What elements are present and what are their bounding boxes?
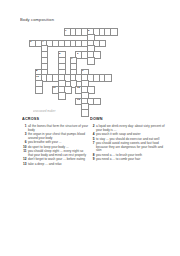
- clue-number: 13: [77, 98, 80, 100]
- clue-item: 3the organ in your chest that pumps bloo…: [22, 133, 88, 140]
- down-clue-list: 2a liquid we drink every day: about sixt…: [90, 125, 166, 162]
- clue-number: 6: [77, 52, 78, 54]
- clue-item-number: 11: [22, 150, 27, 157]
- clue-item: 11you should sleep eight ... every night…: [22, 150, 88, 157]
- crossword-cell[interactable]: [111, 29, 117, 35]
- clue-number: 4: [42, 40, 43, 42]
- crossword-cell[interactable]: [94, 99, 100, 105]
- clue-item: 1all the bones that form the structure o…: [22, 125, 88, 132]
- crossword-cell[interactable]: [65, 87, 71, 93]
- down-column: DOWN 2a liquid we drink every day: about…: [90, 117, 166, 236]
- clue-item-number: 1: [22, 125, 27, 132]
- clue-item: 7you should avoid eating sweets and fast…: [90, 142, 166, 153]
- clue-section: ACROSS 1all the bones that form the stru…: [22, 117, 166, 236]
- clue-item: 5to stay ... you should do exercise and …: [90, 137, 166, 141]
- clue-item: 2a liquid we drink every day: about sixt…: [90, 125, 166, 132]
- crossword-cell[interactable]: [105, 75, 111, 81]
- clue-item-number: 2: [90, 125, 95, 132]
- worksheet-page: Body composition 12345678910111213 cross…: [0, 0, 180, 256]
- clue-item-text: all the bones that form the structure of…: [28, 125, 88, 132]
- clue-item-text: you should avoid eating sweets and fast …: [96, 142, 166, 153]
- crossword-cell[interactable]: [82, 110, 88, 116]
- clue-item-number: 3: [22, 133, 27, 140]
- clue-item-number: 9: [90, 158, 95, 162]
- clue-item: 13take a deep ... and relax: [22, 162, 88, 166]
- clue-item-number: 5: [90, 137, 95, 141]
- crossword-grid: 12345678910111213: [30, 29, 117, 116]
- clue-number: 11: [53, 86, 56, 88]
- crossword-cell[interactable]: [94, 52, 100, 58]
- watermark-text: crossword maker: [33, 109, 55, 112]
- clue-item-text: to stay ... you should do exercise and e…: [96, 137, 166, 141]
- clue-item: 9you need a ... to comb your hair: [90, 158, 166, 162]
- clue-item-text: you should sleep eight ... every night s…: [28, 150, 88, 157]
- worksheet-title: Body composition: [20, 17, 54, 22]
- clue-number: 5: [59, 52, 60, 54]
- across-clue-list: 1all the bones that form the structure o…: [22, 125, 88, 166]
- clue-number: 10: [36, 75, 39, 77]
- crossword-cell[interactable]: [88, 58, 94, 64]
- clue-number: 3: [30, 40, 31, 42]
- clue-number: 2: [88, 29, 89, 31]
- clue-item-text: you need a ... to comb your hair: [96, 158, 166, 162]
- crossword-cell[interactable]: [88, 87, 94, 93]
- down-header: DOWN: [90, 117, 166, 121]
- clue-item-number: 13: [22, 162, 27, 166]
- clue-number: 7: [71, 57, 72, 59]
- clue-number: 9: [82, 69, 83, 71]
- crossword-cell[interactable]: [59, 93, 65, 99]
- clue-number: 1: [65, 29, 66, 31]
- across-column: ACROSS 1all the bones that form the stru…: [22, 117, 88, 236]
- crossword-cell[interactable]: [100, 41, 106, 47]
- clue-item-number: 7: [90, 142, 95, 153]
- clue-item-text: the organ in your chest that pumps blood…: [28, 133, 88, 140]
- clue-number: 8: [36, 69, 37, 71]
- crossword-cell[interactable]: [36, 87, 42, 93]
- clue-item-text: take a deep ... and relax: [28, 162, 88, 166]
- across-header: ACROSS: [22, 117, 88, 121]
- clue-number: 12: [77, 86, 80, 88]
- clue-item-text: a liquid we drink every day: about sixty…: [96, 125, 166, 132]
